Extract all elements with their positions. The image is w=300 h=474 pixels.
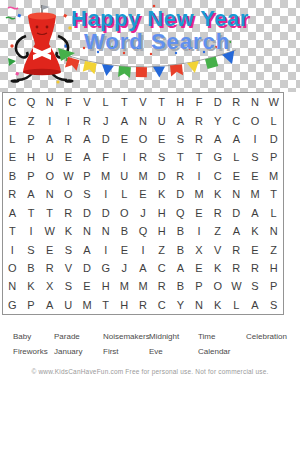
grid-cell: T bbox=[40, 203, 59, 221]
grid-cell: P bbox=[264, 148, 283, 166]
grid-cell: E bbox=[190, 259, 209, 277]
grid-cell: B bbox=[3, 167, 22, 185]
grid-cell: C bbox=[227, 111, 246, 129]
grid-cell: D bbox=[208, 93, 227, 111]
footer-copyright: © www.KidsCanHaveFun.com Free for person… bbox=[0, 368, 300, 375]
grid-cell: R bbox=[190, 130, 209, 148]
grid-cell: K bbox=[208, 296, 227, 314]
grid-cell: R bbox=[40, 259, 59, 277]
grid-cell: V bbox=[134, 93, 153, 111]
grid-cell: A bbox=[227, 222, 246, 240]
grid-cell: E bbox=[227, 167, 246, 185]
grid-cell: A bbox=[134, 259, 153, 277]
grid-cell: Z bbox=[264, 240, 283, 258]
grid-cell: P bbox=[22, 130, 41, 148]
grid-cell: N bbox=[264, 222, 283, 240]
grid-cell: I bbox=[59, 111, 78, 129]
grid-cell: C bbox=[152, 259, 171, 277]
grid-cell: T bbox=[190, 148, 209, 166]
popper-body bbox=[23, 16, 61, 72]
word-list-item: Parade bbox=[54, 332, 103, 341]
grid-cell: E bbox=[78, 277, 97, 295]
grid-cell: M bbox=[115, 277, 134, 295]
party-popper-icon bbox=[6, 5, 74, 84]
grid-cell: R bbox=[171, 167, 190, 185]
grid-cell: R bbox=[59, 203, 78, 221]
grid-cell: R bbox=[246, 259, 265, 277]
grid-cell: R bbox=[227, 259, 246, 277]
grid-cell: E bbox=[3, 111, 22, 129]
grid-cell: T bbox=[3, 222, 22, 240]
grid-cell: I bbox=[96, 185, 115, 203]
grid-cell: W bbox=[40, 222, 59, 240]
grid-cell: B bbox=[22, 259, 41, 277]
grid-cell: R bbox=[134, 148, 153, 166]
grid-cell: I bbox=[134, 240, 153, 258]
grid-cell: A bbox=[40, 296, 59, 314]
grid-cell: T bbox=[96, 296, 115, 314]
grid-cell: B bbox=[115, 222, 134, 240]
grid-cell: R bbox=[208, 203, 227, 221]
grid-cell: N bbox=[96, 222, 115, 240]
grid-cell: P bbox=[78, 167, 97, 185]
grid-cell: F bbox=[96, 148, 115, 166]
grid-cell: E bbox=[134, 185, 153, 203]
grid-cell: O bbox=[115, 203, 134, 221]
grid-cell: V bbox=[78, 93, 97, 111]
grid-cell: M bbox=[134, 277, 153, 295]
grid-cell: B bbox=[171, 277, 190, 295]
grid-cell: R bbox=[59, 130, 78, 148]
grid-cell: E bbox=[115, 130, 134, 148]
grid-cell: O bbox=[3, 259, 22, 277]
grid-cell: H bbox=[115, 296, 134, 314]
grid-cell: X bbox=[40, 277, 59, 295]
grid-cell: H bbox=[152, 203, 171, 221]
grid-cell: G bbox=[3, 296, 22, 314]
word-search-grid: CQNFVLTVTHFDRNWEZIIRJANUARYCOLLPARADEOES… bbox=[2, 92, 284, 315]
grid-cell: A bbox=[78, 130, 97, 148]
word-list-item: Midnight bbox=[149, 332, 198, 341]
grid-cell: S bbox=[59, 240, 78, 258]
grid-cell: A bbox=[115, 111, 134, 129]
grid-cell: L bbox=[3, 130, 22, 148]
grid-cell: A bbox=[171, 259, 190, 277]
grid-cell: R bbox=[152, 277, 171, 295]
grid-cell: P bbox=[22, 167, 41, 185]
grid-cell: R bbox=[190, 111, 209, 129]
grid-cell: X bbox=[190, 240, 209, 258]
grid-cell: V bbox=[208, 240, 227, 258]
grid-cell: D bbox=[171, 185, 190, 203]
grid-cell: B bbox=[171, 240, 190, 258]
word-list-item: Noisemakers bbox=[103, 332, 149, 341]
grid-cell: J bbox=[134, 203, 153, 221]
grid-cell: N bbox=[246, 93, 265, 111]
grid-cell: S bbox=[246, 277, 265, 295]
grid-cell: A bbox=[3, 203, 22, 221]
grid-cell: N bbox=[134, 111, 153, 129]
grid-cell: A bbox=[22, 185, 41, 203]
grid-cell: R bbox=[3, 185, 22, 203]
word-list-item: Celebration bbox=[246, 332, 298, 341]
grid-cell: M bbox=[246, 185, 265, 203]
grid-cell: A bbox=[246, 296, 265, 314]
grid-cell: M bbox=[78, 296, 97, 314]
grid-cell: D bbox=[264, 130, 283, 148]
grid-cell: I bbox=[22, 222, 41, 240]
word-list-item: First bbox=[103, 347, 149, 356]
grid-cell: M bbox=[96, 167, 115, 185]
grid-cell: I bbox=[96, 240, 115, 258]
grid-cell: N bbox=[190, 296, 209, 314]
grid-cell: K bbox=[208, 185, 227, 203]
grid-cell: J bbox=[96, 111, 115, 129]
grid-cell: T bbox=[264, 185, 283, 203]
grid-cell: O bbox=[59, 185, 78, 203]
grid-cell: A bbox=[78, 240, 97, 258]
grid-cell: R bbox=[134, 296, 153, 314]
grid-cell: N bbox=[227, 185, 246, 203]
grid-cell: Y bbox=[208, 111, 227, 129]
word-list-item: January bbox=[54, 347, 103, 356]
grid-cell: O bbox=[246, 111, 265, 129]
grid-cell: G bbox=[96, 259, 115, 277]
grid-cell: Q bbox=[134, 222, 153, 240]
word-list: BabyParadeNoisemakersMidnightTimeCelebra… bbox=[13, 332, 298, 356]
grid-cell: C bbox=[152, 296, 171, 314]
grid-cell: T bbox=[171, 148, 190, 166]
grid-cell: K bbox=[22, 277, 41, 295]
grid-cell: U bbox=[115, 167, 134, 185]
grid-cell: U bbox=[40, 148, 59, 166]
word-list-item: Time bbox=[198, 332, 246, 341]
grid-cell: E bbox=[40, 240, 59, 258]
grid-cell: S bbox=[246, 148, 265, 166]
grid-cell: C bbox=[208, 167, 227, 185]
grid-cell: E bbox=[115, 240, 134, 258]
grid-cell: D bbox=[78, 259, 97, 277]
grid-cell: M bbox=[134, 167, 153, 185]
grid-cell: N bbox=[78, 222, 97, 240]
grid-cell: R bbox=[227, 93, 246, 111]
grid-cell: Q bbox=[171, 203, 190, 221]
grid-cell: D bbox=[227, 203, 246, 221]
grid-cell: I bbox=[115, 148, 134, 166]
grid-cell: H bbox=[152, 222, 171, 240]
grid-cell: R bbox=[227, 240, 246, 258]
grid-cell: U bbox=[152, 111, 171, 129]
grid-cell: T bbox=[115, 93, 134, 111]
grid-cell: N bbox=[40, 185, 59, 203]
grid-cell: L bbox=[115, 185, 134, 203]
grid-cell: P bbox=[22, 296, 41, 314]
grid-cell: S bbox=[264, 296, 283, 314]
grid-cell: I bbox=[246, 130, 265, 148]
grid-cell: E bbox=[3, 148, 22, 166]
grid-cell: A bbox=[78, 148, 97, 166]
grid-cell: K bbox=[246, 222, 265, 240]
page-subtitle-word-search: Word Search bbox=[84, 29, 284, 55]
grid-cell: S bbox=[59, 277, 78, 295]
grid-cell: H bbox=[264, 259, 283, 277]
grid-cell: N bbox=[40, 93, 59, 111]
grid-cell: H bbox=[96, 277, 115, 295]
grid-cell: W bbox=[227, 277, 246, 295]
grid-cell: P bbox=[190, 277, 209, 295]
grid-cell: I bbox=[40, 111, 59, 129]
grid-cell: T bbox=[22, 203, 41, 221]
grid-cell: F bbox=[190, 93, 209, 111]
word-list-item: Calendar bbox=[198, 347, 246, 356]
grid-cell: O bbox=[208, 277, 227, 295]
grid-cell: Y bbox=[171, 296, 190, 314]
word-list-item: Eve bbox=[149, 347, 198, 356]
grid-cell: O bbox=[134, 130, 153, 148]
grid-cell: H bbox=[171, 93, 190, 111]
grid-cell: W bbox=[264, 93, 283, 111]
grid-cell: H bbox=[22, 148, 41, 166]
grid-cell: R bbox=[78, 111, 97, 129]
word-list-item: Baby bbox=[13, 332, 54, 341]
grid-cell: N bbox=[3, 277, 22, 295]
grid-cell: Z bbox=[22, 111, 41, 129]
grid-cell: K bbox=[59, 222, 78, 240]
grid-cell: A bbox=[171, 111, 190, 129]
grid-cell: E bbox=[246, 167, 265, 185]
grid-cell: S bbox=[152, 148, 171, 166]
grid-cell: G bbox=[208, 148, 227, 166]
grid-cell: E bbox=[190, 203, 209, 221]
grid-cell: E bbox=[246, 240, 265, 258]
grid-cell: J bbox=[115, 259, 134, 277]
grid-cell: A bbox=[246, 203, 265, 221]
grid-cell: S bbox=[22, 240, 41, 258]
grid-cell: C bbox=[3, 93, 22, 111]
grid-cell: D bbox=[152, 167, 171, 185]
grid-cell: V bbox=[59, 259, 78, 277]
grid-cell: U bbox=[59, 296, 78, 314]
grid-cell: L bbox=[264, 203, 283, 221]
grid-cell: A bbox=[40, 130, 59, 148]
grid-cell: I bbox=[190, 167, 209, 185]
grid-cell: W bbox=[59, 167, 78, 185]
grid-cell: P bbox=[264, 277, 283, 295]
grid-cell: Z bbox=[152, 240, 171, 258]
grid-cell: S bbox=[78, 185, 97, 203]
grid-cell: I bbox=[190, 222, 209, 240]
grid-cell: L bbox=[96, 93, 115, 111]
grid-cell: A bbox=[227, 130, 246, 148]
grid-cell: L bbox=[227, 148, 246, 166]
grid-cell: D bbox=[96, 203, 115, 221]
grid-cell: L bbox=[264, 111, 283, 129]
word-list-item: Fireworks bbox=[13, 347, 54, 356]
grid-cell: Z bbox=[208, 222, 227, 240]
grid-cell: I bbox=[3, 240, 22, 258]
grid-cell: O bbox=[40, 167, 59, 185]
grid-cell: M bbox=[264, 167, 283, 185]
grid-cell: D bbox=[96, 130, 115, 148]
grid-cell: T bbox=[152, 93, 171, 111]
grid-cell: D bbox=[78, 203, 97, 221]
grid-cell: E bbox=[152, 130, 171, 148]
grid-cell: L bbox=[227, 296, 246, 314]
grid-cell: S bbox=[171, 130, 190, 148]
grid-cell: M bbox=[190, 185, 209, 203]
grid-cell: E bbox=[59, 148, 78, 166]
grid-cell: B bbox=[171, 222, 190, 240]
grid-cell: K bbox=[152, 185, 171, 203]
grid-cell: K bbox=[208, 259, 227, 277]
grid-cell: A bbox=[208, 130, 227, 148]
grid-cell: F bbox=[59, 93, 78, 111]
grid-cell: Q bbox=[22, 93, 41, 111]
